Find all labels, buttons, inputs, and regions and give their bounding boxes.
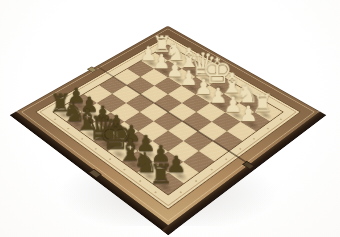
hinge xyxy=(87,66,98,72)
chess-board: ♜♞♝♛♚♝♞♜♟♟♟♟♟♟♟♟♟♟♟♟♟♟♟♟♜♞♝♛♚♝♞♜ xyxy=(17,26,320,225)
product-photo-scene: ♜♞♝♛♚♝♞♜♟♟♟♟♟♟♟♟♟♟♟♟♟♟♟♟♜♞♝♛♚♝♞♜ xyxy=(0,0,340,237)
perspective-wrapper: ♜♞♝♛♚♝♞♜♟♟♟♟♟♟♟♟♟♟♟♟♟♟♟♟♜♞♝♛♚♝♞♜ xyxy=(0,0,340,237)
